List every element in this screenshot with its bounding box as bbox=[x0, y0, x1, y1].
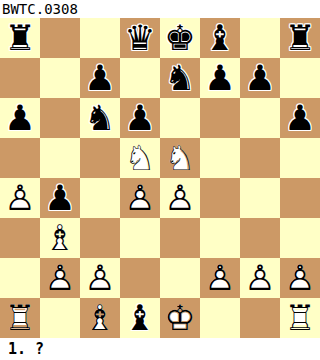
square-c6[interactable]: ♞ bbox=[80, 98, 120, 138]
black-pawn-piece: ♟ bbox=[240, 58, 280, 98]
piece-outline: ♙ bbox=[240, 258, 280, 298]
piece-outline: ♙ bbox=[80, 258, 120, 298]
square-h1[interactable]: ♜♖ bbox=[280, 298, 320, 338]
white-rook-piece: ♜♖ bbox=[280, 298, 320, 338]
white-bishop-piece: ♝♗ bbox=[40, 218, 80, 258]
piece-outline: ♙ bbox=[0, 178, 40, 218]
square-f4[interactable] bbox=[200, 178, 240, 218]
square-b6[interactable] bbox=[40, 98, 80, 138]
piece-outline: ♖ bbox=[0, 298, 40, 338]
square-g7[interactable]: ♟ bbox=[240, 58, 280, 98]
square-f1[interactable] bbox=[200, 298, 240, 338]
white-knight-piece: ♞♘ bbox=[120, 138, 160, 178]
white-pawn-piece: ♟♙ bbox=[0, 178, 40, 218]
square-g8[interactable] bbox=[240, 18, 280, 58]
black-pawn-piece: ♟ bbox=[0, 98, 40, 138]
square-g2[interactable]: ♟♙ bbox=[240, 258, 280, 298]
square-e2[interactable] bbox=[160, 258, 200, 298]
white-king-piece: ♚♔ bbox=[160, 298, 200, 338]
piece-outline: ♖ bbox=[280, 298, 320, 338]
square-g4[interactable] bbox=[240, 178, 280, 218]
piece-outline: ♙ bbox=[200, 258, 240, 298]
piece-outline: ♔ bbox=[160, 298, 200, 338]
piece-outline: ♗ bbox=[40, 218, 80, 258]
square-e3[interactable] bbox=[160, 218, 200, 258]
square-f6[interactable] bbox=[200, 98, 240, 138]
square-h5[interactable] bbox=[280, 138, 320, 178]
white-pawn-piece: ♟♙ bbox=[200, 258, 240, 298]
square-a1[interactable]: ♜♖ bbox=[0, 298, 40, 338]
square-h8[interactable]: ♜ bbox=[280, 18, 320, 58]
square-g5[interactable] bbox=[240, 138, 280, 178]
square-d3[interactable] bbox=[120, 218, 160, 258]
square-g3[interactable] bbox=[240, 218, 280, 258]
square-d6[interactable]: ♟ bbox=[120, 98, 160, 138]
piece-outline: ♙ bbox=[160, 178, 200, 218]
black-rook-piece: ♜ bbox=[280, 18, 320, 58]
square-f5[interactable] bbox=[200, 138, 240, 178]
move-prompt: 1. ? bbox=[8, 339, 44, 360]
white-pawn-piece: ♟♙ bbox=[120, 178, 160, 218]
square-b4[interactable]: ♟ bbox=[40, 178, 80, 218]
square-e4[interactable]: ♟♙ bbox=[160, 178, 200, 218]
piece-outline: ♘ bbox=[160, 138, 200, 178]
square-h6[interactable]: ♟ bbox=[280, 98, 320, 138]
square-a7[interactable] bbox=[0, 58, 40, 98]
square-b8[interactable] bbox=[40, 18, 80, 58]
piece-outline: ♙ bbox=[40, 258, 80, 298]
square-f8[interactable]: ♝ bbox=[200, 18, 240, 58]
black-bishop-piece: ♝ bbox=[200, 18, 240, 58]
white-rook-piece: ♜♖ bbox=[0, 298, 40, 338]
black-knight-piece: ♞ bbox=[80, 98, 120, 138]
square-a6[interactable]: ♟ bbox=[0, 98, 40, 138]
black-pawn-piece: ♟ bbox=[40, 178, 80, 218]
black-queen-piece: ♛ bbox=[120, 18, 160, 58]
square-c8[interactable] bbox=[80, 18, 120, 58]
square-d7[interactable] bbox=[120, 58, 160, 98]
square-c1[interactable]: ♝♗ bbox=[80, 298, 120, 338]
white-knight-piece: ♞♘ bbox=[160, 138, 200, 178]
puzzle-id: BWTC.0308 bbox=[2, 1, 78, 18]
square-b1[interactable] bbox=[40, 298, 80, 338]
square-b2[interactable]: ♟♙ bbox=[40, 258, 80, 298]
square-e1[interactable]: ♚♔ bbox=[160, 298, 200, 338]
square-a5[interactable] bbox=[0, 138, 40, 178]
white-pawn-piece: ♟♙ bbox=[240, 258, 280, 298]
square-f3[interactable] bbox=[200, 218, 240, 258]
square-e5[interactable]: ♞♘ bbox=[160, 138, 200, 178]
black-pawn-piece: ♟ bbox=[80, 58, 120, 98]
square-c5[interactable] bbox=[80, 138, 120, 178]
square-c7[interactable]: ♟ bbox=[80, 58, 120, 98]
black-knight-piece: ♞ bbox=[160, 58, 200, 98]
piece-outline: ♙ bbox=[120, 178, 160, 218]
black-rook-piece: ♜ bbox=[0, 18, 40, 58]
square-d4[interactable]: ♟♙ bbox=[120, 178, 160, 218]
black-pawn-piece: ♟ bbox=[120, 98, 160, 138]
square-e7[interactable]: ♞ bbox=[160, 58, 200, 98]
square-g1[interactable] bbox=[240, 298, 280, 338]
square-e8[interactable]: ♚ bbox=[160, 18, 200, 58]
black-king-piece: ♚ bbox=[160, 18, 200, 58]
black-bishop-piece: ♝ bbox=[120, 298, 160, 338]
white-bishop-piece: ♝♗ bbox=[80, 298, 120, 338]
black-pawn-piece: ♟ bbox=[280, 98, 320, 138]
square-h3[interactable] bbox=[280, 218, 320, 258]
piece-outline: ♗ bbox=[80, 298, 120, 338]
square-d5[interactable]: ♞♘ bbox=[120, 138, 160, 178]
square-h4[interactable] bbox=[280, 178, 320, 218]
square-h7[interactable] bbox=[280, 58, 320, 98]
square-d8[interactable]: ♛ bbox=[120, 18, 160, 58]
square-b3[interactable]: ♝♗ bbox=[40, 218, 80, 258]
white-pawn-piece: ♟♙ bbox=[160, 178, 200, 218]
square-a2[interactable] bbox=[0, 258, 40, 298]
square-b5[interactable] bbox=[40, 138, 80, 178]
square-f2[interactable]: ♟♙ bbox=[200, 258, 240, 298]
white-pawn-piece: ♟♙ bbox=[40, 258, 80, 298]
square-d1[interactable]: ♝ bbox=[120, 298, 160, 338]
square-c2[interactable]: ♟♙ bbox=[80, 258, 120, 298]
square-g6[interactable] bbox=[240, 98, 280, 138]
square-c3[interactable] bbox=[80, 218, 120, 258]
piece-outline: ♘ bbox=[120, 138, 160, 178]
square-e6[interactable] bbox=[160, 98, 200, 138]
square-d2[interactable] bbox=[120, 258, 160, 298]
square-h2[interactable]: ♟♙ bbox=[280, 258, 320, 298]
chess-board: ♜♛♚♝♜♟♞♟♟♟♞♟♟♞♘♞♘♟♙♟♟♙♟♙♝♗♟♙♟♙♟♙♟♙♟♙♜♖♝♗… bbox=[0, 18, 320, 338]
white-pawn-piece: ♟♙ bbox=[80, 258, 120, 298]
square-a8[interactable]: ♜ bbox=[0, 18, 40, 58]
square-a4[interactable]: ♟♙ bbox=[0, 178, 40, 218]
white-pawn-piece: ♟♙ bbox=[280, 258, 320, 298]
square-f7[interactable]: ♟ bbox=[200, 58, 240, 98]
square-b7[interactable] bbox=[40, 58, 80, 98]
piece-outline: ♙ bbox=[280, 258, 320, 298]
square-c4[interactable] bbox=[80, 178, 120, 218]
square-a3[interactable] bbox=[0, 218, 40, 258]
black-pawn-piece: ♟ bbox=[200, 58, 240, 98]
